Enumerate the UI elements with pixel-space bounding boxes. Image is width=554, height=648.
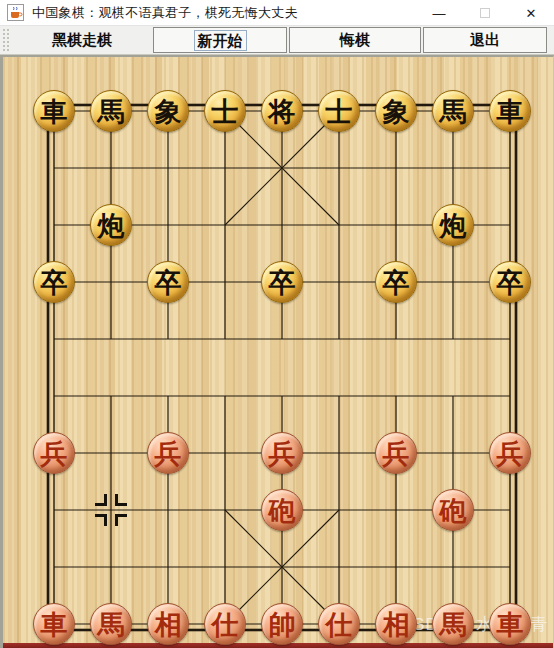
piece-black-elephant[interactable]: 象: [375, 90, 417, 132]
turn-status-label: 黑棋走棋: [12, 26, 152, 54]
piece-red-chariot[interactable]: 車: [33, 603, 75, 645]
piece-red-cannon[interactable]: 砲: [261, 489, 303, 531]
piece-black-horse[interactable]: 馬: [432, 90, 474, 132]
piece-black-advisor[interactable]: 士: [204, 90, 246, 132]
exit-button[interactable]: 退出: [423, 27, 547, 53]
piece-black-advisor[interactable]: 士: [318, 90, 360, 132]
new-game-button[interactable]: 新开始: [153, 27, 287, 53]
piece-black-soldier[interactable]: 卒: [261, 261, 303, 303]
piece-black-cannon[interactable]: 炮: [432, 204, 474, 246]
piece-red-elephant[interactable]: 相: [147, 603, 189, 645]
piece-black-soldier[interactable]: 卒: [147, 261, 189, 303]
piece-black-general[interactable]: 将: [261, 90, 303, 132]
piece-red-soldier[interactable]: 兵: [375, 432, 417, 474]
window-controls: — ✕: [416, 0, 554, 26]
undo-move-button[interactable]: 悔棋: [289, 27, 421, 53]
piece-red-cannon[interactable]: 砲: [432, 489, 474, 531]
piece-black-chariot[interactable]: 車: [33, 90, 75, 132]
board-grid-lines: [3, 57, 554, 648]
piece-black-elephant[interactable]: 象: [147, 90, 189, 132]
piece-red-chariot[interactable]: 車: [489, 603, 531, 645]
piece-red-general[interactable]: 帥: [261, 603, 303, 645]
xiangqi-board[interactable]: CSDN @水坚石青 車馬象士将士象馬車炮炮卒卒卒卒卒兵兵兵兵兵砲砲車馬相仕帥仕…: [0, 55, 554, 648]
maximize-button: [462, 0, 508, 26]
piece-red-advisor[interactable]: 仕: [204, 603, 246, 645]
piece-red-advisor[interactable]: 仕: [318, 603, 360, 645]
toolbar-grip-handle[interactable]: [2, 28, 11, 52]
title-bar: 中国象棋：观棋不语真君子，棋死无悔大丈夫 — ✕: [0, 0, 554, 26]
close-button[interactable]: ✕: [508, 0, 554, 26]
piece-red-elephant[interactable]: 相: [375, 603, 417, 645]
piece-red-soldier[interactable]: 兵: [489, 432, 531, 474]
piece-red-soldier[interactable]: 兵: [33, 432, 75, 474]
piece-black-cannon[interactable]: 炮: [90, 204, 132, 246]
window-title: 中国象棋：观棋不语真君子，棋死无悔大丈夫: [32, 4, 298, 22]
toolbar: 黑棋走棋 新开始 悔棋 退出: [0, 26, 554, 55]
piece-black-soldier[interactable]: 卒: [33, 261, 75, 303]
piece-black-chariot[interactable]: 車: [489, 90, 531, 132]
java-coffee-cup-icon: [7, 4, 24, 21]
piece-black-horse[interactable]: 馬: [90, 90, 132, 132]
piece-black-soldier[interactable]: 卒: [489, 261, 531, 303]
new-game-button-label: 新开始: [194, 30, 247, 51]
piece-black-soldier[interactable]: 卒: [375, 261, 417, 303]
piece-red-soldier[interactable]: 兵: [261, 432, 303, 474]
move-origin-crosshair-marker: [95, 494, 127, 526]
minimize-button[interactable]: —: [416, 0, 462, 26]
piece-red-soldier[interactable]: 兵: [147, 432, 189, 474]
piece-red-horse[interactable]: 馬: [432, 603, 474, 645]
piece-red-horse[interactable]: 馬: [90, 603, 132, 645]
